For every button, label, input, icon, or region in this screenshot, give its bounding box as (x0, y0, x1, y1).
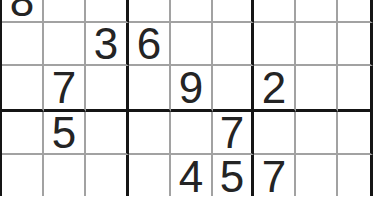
cell-r4-c7[interactable] (254, 112, 296, 155)
given-digit: 7 (52, 66, 76, 110)
sudoku-screenshot: 83679257457 (0, 0, 373, 196)
cell-r2-c3[interactable]: 3 (86, 23, 129, 66)
cell-r4-c8[interactable] (296, 112, 338, 155)
cell-r4-c3[interactable] (86, 112, 129, 155)
cell-r5-c2[interactable] (44, 155, 86, 196)
given-digit: 3 (94, 22, 118, 66)
cell-r3-c9[interactable] (338, 66, 373, 112)
cell-r5-c8[interactable] (296, 155, 338, 196)
cell-r3-c3[interactable] (86, 66, 129, 112)
cell-r2-c7[interactable] (254, 23, 296, 66)
cell-r3-c8[interactable] (296, 66, 338, 112)
cell-r1-c1[interactable]: 8 (2, 0, 44, 23)
cell-r5-c3[interactable] (86, 155, 129, 196)
given-digit: 9 (179, 66, 203, 110)
given-digit: 8 (10, 0, 34, 23)
cell-r4-c1[interactable] (2, 112, 44, 155)
given-digit: 7 (220, 111, 244, 155)
cell-r2-c5[interactable] (171, 23, 213, 66)
given-digit: 2 (262, 66, 286, 110)
sudoku-board: 83679257457 (0, 0, 373, 196)
cell-r3-c5[interactable]: 9 (171, 66, 213, 112)
cell-r2-c6[interactable] (213, 23, 254, 66)
given-digit: 7 (262, 155, 286, 197)
cell-r4-c6[interactable]: 7 (213, 112, 254, 155)
given-digit: 4 (179, 155, 203, 197)
cell-r4-c9[interactable] (338, 112, 373, 155)
given-digit: 6 (137, 22, 161, 66)
cell-r5-c7[interactable]: 7 (254, 155, 296, 196)
cell-r3-c1[interactable] (2, 66, 44, 112)
cell-r4-c2[interactable]: 5 (44, 112, 86, 155)
cell-r1-c6[interactable] (213, 0, 254, 23)
cell-r1-c7[interactable] (254, 0, 296, 23)
cell-r3-c4[interactable] (129, 66, 171, 112)
cell-r1-c2[interactable] (44, 0, 86, 23)
given-digit: 5 (52, 111, 76, 155)
cell-r2-c9[interactable] (338, 23, 373, 66)
cell-r4-c5[interactable] (171, 112, 213, 155)
cell-r3-c2[interactable]: 7 (44, 66, 86, 112)
cell-r5-c1[interactable] (2, 155, 44, 196)
cell-r5-c5[interactable]: 4 (171, 155, 213, 196)
cell-r4-c4[interactable] (129, 112, 171, 155)
cell-r2-c1[interactable] (2, 23, 44, 66)
cell-r1-c5[interactable] (171, 0, 213, 23)
given-digit: 5 (220, 155, 244, 197)
cell-r2-c2[interactable] (44, 23, 86, 66)
cell-r2-c8[interactable] (296, 23, 338, 66)
cell-r3-c7[interactable]: 2 (254, 66, 296, 112)
cell-r1-c8[interactable] (296, 0, 338, 23)
cell-r3-c6[interactable] (213, 66, 254, 112)
cell-r5-c9[interactable] (338, 155, 373, 196)
cell-r1-c9[interactable] (338, 0, 373, 23)
cell-r5-c6[interactable]: 5 (213, 155, 254, 196)
cell-r5-c4[interactable] (129, 155, 171, 196)
cell-r2-c4[interactable]: 6 (129, 23, 171, 66)
